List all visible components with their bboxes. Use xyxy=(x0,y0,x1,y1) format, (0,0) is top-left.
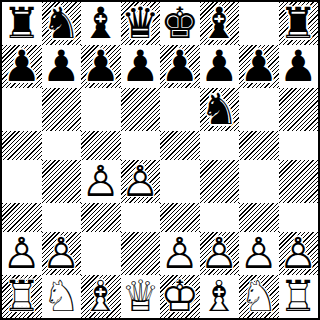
piece-white-pawn: ♟♙ xyxy=(121,160,160,203)
square-e1[interactable]: ♚♔ xyxy=(160,275,200,318)
piece-black-pawn: ♟ xyxy=(2,45,41,88)
square-g6[interactable] xyxy=(239,88,279,131)
piece-white-knight: ♞♘ xyxy=(239,275,278,318)
square-a4[interactable] xyxy=(2,160,42,203)
square-f4[interactable] xyxy=(200,160,240,203)
square-c7[interactable]: ♟ xyxy=(81,45,121,88)
square-a8[interactable]: ♜ xyxy=(2,2,42,45)
square-b5[interactable] xyxy=(42,131,82,160)
white-piece-outline: ♕ xyxy=(121,271,160,320)
square-g2[interactable]: ♟♙ xyxy=(239,232,279,275)
square-a6[interactable] xyxy=(2,88,42,131)
piece-black-pawn: ♟ xyxy=(42,45,81,88)
square-a1[interactable]: ♜♖ xyxy=(2,275,42,318)
square-d2[interactable] xyxy=(121,232,161,275)
square-h6[interactable] xyxy=(279,88,319,131)
square-c6[interactable] xyxy=(81,88,121,131)
square-c4[interactable]: ♟♙ xyxy=(81,160,121,203)
piece-white-pawn: ♟♙ xyxy=(279,232,318,275)
piece-black-pawn: ♟ xyxy=(121,45,160,88)
piece-black-pawn: ♟ xyxy=(279,45,318,88)
white-piece-outline: ♖ xyxy=(279,271,318,320)
piece-black-rook: ♜ xyxy=(2,2,41,45)
piece-black-pawn: ♟ xyxy=(200,45,239,88)
piece-white-pawn: ♟♙ xyxy=(239,232,278,275)
square-d1[interactable]: ♛♕ xyxy=(121,275,161,318)
piece-black-king: ♚ xyxy=(160,2,199,45)
square-a5[interactable] xyxy=(2,131,42,160)
square-e5[interactable] xyxy=(160,131,200,160)
piece-white-knight: ♞♘ xyxy=(42,275,81,318)
square-c3[interactable] xyxy=(81,203,121,232)
white-piece-outline: ♖ xyxy=(2,271,41,320)
piece-white-rook: ♜♖ xyxy=(2,275,41,318)
square-f2[interactable]: ♟♙ xyxy=(200,232,240,275)
piece-black-pawn: ♟ xyxy=(160,45,199,88)
square-g1[interactable]: ♞♘ xyxy=(239,275,279,318)
square-b1[interactable]: ♞♘ xyxy=(42,275,82,318)
square-d8[interactable]: ♛ xyxy=(121,2,161,45)
square-f8[interactable]: ♝ xyxy=(200,2,240,45)
piece-white-bishop: ♝♗ xyxy=(81,275,120,318)
square-h7[interactable]: ♟ xyxy=(279,45,319,88)
square-g5[interactable] xyxy=(239,131,279,160)
square-d4[interactable]: ♟♙ xyxy=(121,160,161,203)
square-h5[interactable] xyxy=(279,131,319,160)
piece-white-pawn: ♟♙ xyxy=(2,232,41,275)
square-h4[interactable] xyxy=(279,160,319,203)
square-b8[interactable]: ♞ xyxy=(42,2,82,45)
square-d7[interactable]: ♟ xyxy=(121,45,161,88)
square-c1[interactable]: ♝♗ xyxy=(81,275,121,318)
chess-board: ♜♞♝♛♚♝♜♟♟♟♟♟♟♟♟♞♟♙♟♙♟♙♟♙♟♙♟♙♟♙♟♙♜♖♞♘♝♗♛♕… xyxy=(0,0,320,320)
square-b7[interactable]: ♟ xyxy=(42,45,82,88)
square-d6[interactable] xyxy=(121,88,161,131)
square-d3[interactable] xyxy=(121,203,161,232)
piece-black-pawn: ♟ xyxy=(81,45,120,88)
piece-black-bishop: ♝ xyxy=(200,2,239,45)
square-e7[interactable]: ♟ xyxy=(160,45,200,88)
piece-black-knight: ♞ xyxy=(42,2,81,45)
white-piece-outline: ♙ xyxy=(121,156,160,206)
white-piece-outline: ♘ xyxy=(42,271,81,320)
piece-white-pawn: ♟♙ xyxy=(160,232,199,275)
white-piece-outline: ♘ xyxy=(239,271,278,320)
square-a7[interactable]: ♟ xyxy=(2,45,42,88)
square-a2[interactable]: ♟♙ xyxy=(2,232,42,275)
white-piece-outline: ♔ xyxy=(160,271,199,320)
square-f5[interactable] xyxy=(200,131,240,160)
piece-black-queen: ♛ xyxy=(121,2,160,45)
square-b4[interactable] xyxy=(42,160,82,203)
square-e4[interactable] xyxy=(160,160,200,203)
white-piece-outline: ♗ xyxy=(200,271,239,320)
piece-black-knight: ♞ xyxy=(200,88,239,131)
white-piece-outline: ♗ xyxy=(81,271,120,320)
square-h2[interactable]: ♟♙ xyxy=(279,232,319,275)
square-f1[interactable]: ♝♗ xyxy=(200,275,240,318)
square-e6[interactable] xyxy=(160,88,200,131)
piece-white-queen: ♛♕ xyxy=(121,275,160,318)
square-b2[interactable]: ♟♙ xyxy=(42,232,82,275)
piece-black-rook: ♜ xyxy=(279,2,318,45)
square-e2[interactable]: ♟♙ xyxy=(160,232,200,275)
square-e8[interactable]: ♚ xyxy=(160,2,200,45)
piece-white-rook: ♜♖ xyxy=(279,275,318,318)
piece-white-pawn: ♟♙ xyxy=(42,232,81,275)
square-g7[interactable]: ♟ xyxy=(239,45,279,88)
square-b6[interactable] xyxy=(42,88,82,131)
piece-white-bishop: ♝♗ xyxy=(200,275,239,318)
piece-black-bishop: ♝ xyxy=(81,2,120,45)
square-c2[interactable] xyxy=(81,232,121,275)
square-g4[interactable] xyxy=(239,160,279,203)
piece-black-pawn: ♟ xyxy=(239,45,278,88)
piece-white-pawn: ♟♙ xyxy=(200,232,239,275)
white-piece-outline: ♙ xyxy=(81,156,120,206)
square-h1[interactable]: ♜♖ xyxy=(279,275,319,318)
square-c8[interactable]: ♝ xyxy=(81,2,121,45)
square-h8[interactable]: ♜ xyxy=(279,2,319,45)
square-f7[interactable]: ♟ xyxy=(200,45,240,88)
piece-white-pawn: ♟♙ xyxy=(81,160,120,203)
square-f6[interactable]: ♞ xyxy=(200,88,240,131)
square-g8[interactable] xyxy=(239,2,279,45)
piece-white-king: ♚♔ xyxy=(160,275,199,318)
